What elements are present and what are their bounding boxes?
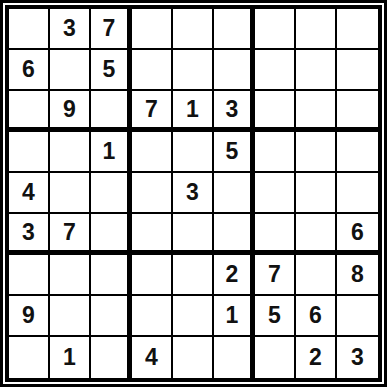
sudoku-cell-r7c4[interactable] <box>132 255 173 296</box>
sudoku-cell-r4c7[interactable] <box>255 132 296 173</box>
sudoku-cell-r3c9[interactable] <box>337 91 378 132</box>
sudoku-cell-r3c3[interactable] <box>91 91 132 132</box>
sudoku-cell-r7c5[interactable] <box>173 255 214 296</box>
sudoku-cell-r5c9[interactable] <box>337 173 378 214</box>
sudoku-cell-r3c5[interactable]: 1 <box>173 91 214 132</box>
sudoku-cell-r1c3[interactable]: 7 <box>91 9 132 50</box>
sudoku-cell-r4c1[interactable] <box>9 132 50 173</box>
sudoku-cell-r1c2[interactable]: 3 <box>50 9 91 50</box>
sudoku-cell-r6c1[interactable]: 3 <box>9 214 50 255</box>
sudoku-cell-r3c4[interactable]: 7 <box>132 91 173 132</box>
sudoku-cell-r9c8[interactable]: 2 <box>296 337 337 378</box>
sudoku-cell-r4c4[interactable] <box>132 132 173 173</box>
sudoku-cell-r9c5[interactable] <box>173 337 214 378</box>
sudoku-cell-r2c2[interactable] <box>50 50 91 91</box>
sudoku-cell-r2c9[interactable] <box>337 50 378 91</box>
sudoku-cell-r1c9[interactable] <box>337 9 378 50</box>
sudoku-cell-r6c3[interactable] <box>91 214 132 255</box>
sudoku-cell-r5c6[interactable] <box>214 173 255 214</box>
sudoku-cell-r3c1[interactable] <box>9 91 50 132</box>
sudoku-cell-r5c4[interactable] <box>132 173 173 214</box>
sudoku-cell-r4c8[interactable] <box>296 132 337 173</box>
sudoku-cell-r6c4[interactable] <box>132 214 173 255</box>
sudoku-cell-r6c9[interactable]: 6 <box>337 214 378 255</box>
sudoku-cell-r2c8[interactable] <box>296 50 337 91</box>
sudoku-cell-r6c2[interactable]: 7 <box>50 214 91 255</box>
sudoku-cell-r7c7[interactable]: 7 <box>255 255 296 296</box>
sudoku-cell-r2c7[interactable] <box>255 50 296 91</box>
sudoku-cell-r6c5[interactable] <box>173 214 214 255</box>
sudoku-cell-r2c6[interactable] <box>214 50 255 91</box>
sudoku-cell-r1c1[interactable] <box>9 9 50 50</box>
sudoku-cell-r4c5[interactable] <box>173 132 214 173</box>
sudoku-cell-r9c9[interactable]: 3 <box>337 337 378 378</box>
sudoku-cell-r5c7[interactable] <box>255 173 296 214</box>
sudoku-cell-r9c6[interactable] <box>214 337 255 378</box>
sudoku-cell-r8c6[interactable]: 1 <box>214 296 255 337</box>
sudoku-cell-r1c6[interactable] <box>214 9 255 50</box>
sudoku-cell-r2c3[interactable]: 5 <box>91 50 132 91</box>
sudoku-cell-r8c4[interactable] <box>132 296 173 337</box>
sudoku-cell-r8c5[interactable] <box>173 296 214 337</box>
sudoku-cell-r5c1[interactable]: 4 <box>9 173 50 214</box>
sudoku-cell-r3c2[interactable]: 9 <box>50 91 91 132</box>
sudoku-cell-r6c8[interactable] <box>296 214 337 255</box>
sudoku-cell-r2c1[interactable]: 6 <box>9 50 50 91</box>
sudoku-cell-r9c2[interactable]: 1 <box>50 337 91 378</box>
sudoku-cell-r4c9[interactable] <box>337 132 378 173</box>
sudoku-cell-r4c3[interactable]: 1 <box>91 132 132 173</box>
sudoku-cell-r7c9[interactable]: 8 <box>337 255 378 296</box>
sudoku-cell-r1c4[interactable] <box>132 9 173 50</box>
sudoku-cell-r9c3[interactable] <box>91 337 132 378</box>
sudoku-cell-r8c1[interactable]: 9 <box>9 296 50 337</box>
sudoku-cell-r6c7[interactable] <box>255 214 296 255</box>
sudoku-board: 37659713154337627891561423 <box>5 5 382 382</box>
sudoku-cell-r8c8[interactable]: 6 <box>296 296 337 337</box>
sudoku-cell-r5c5[interactable]: 3 <box>173 173 214 214</box>
sudoku-cell-r7c8[interactable] <box>296 255 337 296</box>
sudoku-cell-r8c7[interactable]: 5 <box>255 296 296 337</box>
sudoku-cell-r5c8[interactable] <box>296 173 337 214</box>
sudoku-cell-r1c8[interactable] <box>296 9 337 50</box>
sudoku-cell-r1c7[interactable] <box>255 9 296 50</box>
sudoku-cell-r3c7[interactable] <box>255 91 296 132</box>
sudoku-cell-r5c2[interactable] <box>50 173 91 214</box>
sudoku-cell-r7c6[interactable]: 2 <box>214 255 255 296</box>
sudoku-cell-r4c2[interactable] <box>50 132 91 173</box>
sudoku-cell-r9c7[interactable] <box>255 337 296 378</box>
sudoku-cell-r3c8[interactable] <box>296 91 337 132</box>
sudoku-cell-r1c5[interactable] <box>173 9 214 50</box>
sudoku-cell-r8c2[interactable] <box>50 296 91 337</box>
sudoku-cell-r6c6[interactable] <box>214 214 255 255</box>
sudoku-cell-r2c4[interactable] <box>132 50 173 91</box>
sudoku-cell-r7c1[interactable] <box>9 255 50 296</box>
sudoku-cell-r7c2[interactable] <box>50 255 91 296</box>
sudoku-frame: 37659713154337627891561423 <box>0 0 387 387</box>
sudoku-cell-r8c3[interactable] <box>91 296 132 337</box>
sudoku-cell-r9c1[interactable] <box>9 337 50 378</box>
sudoku-cell-r8c9[interactable] <box>337 296 378 337</box>
sudoku-cell-r7c3[interactable] <box>91 255 132 296</box>
sudoku-cell-r3c6[interactable]: 3 <box>214 91 255 132</box>
sudoku-cell-r4c6[interactable]: 5 <box>214 132 255 173</box>
sudoku-cell-r9c4[interactable]: 4 <box>132 337 173 378</box>
sudoku-cell-r5c3[interactable] <box>91 173 132 214</box>
sudoku-cell-r2c5[interactable] <box>173 50 214 91</box>
